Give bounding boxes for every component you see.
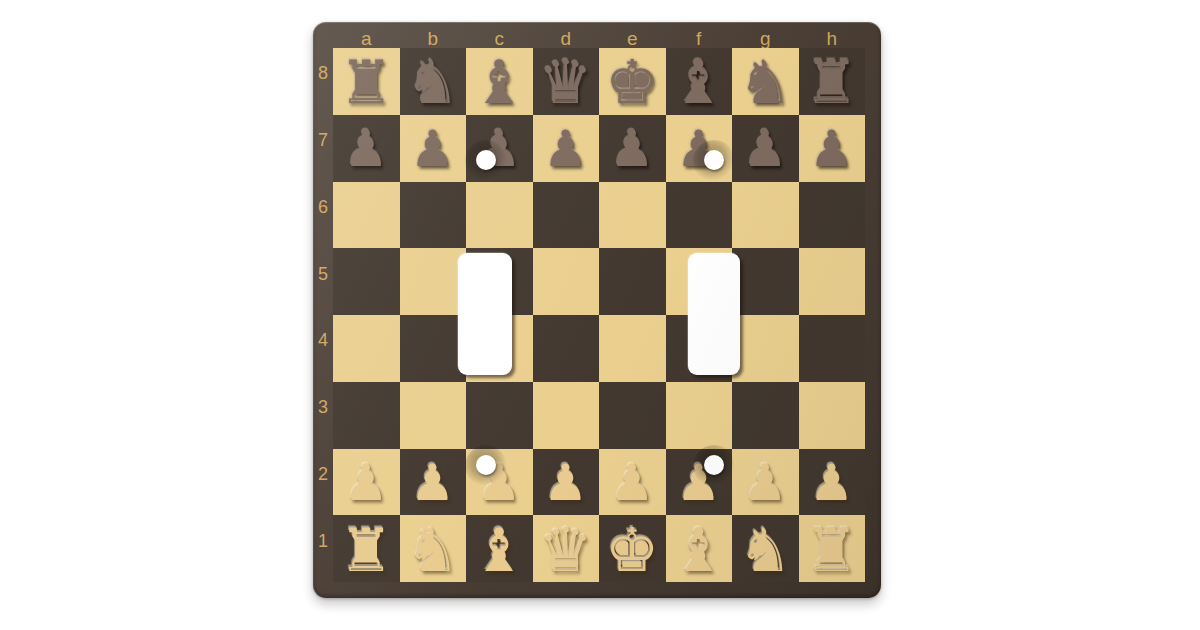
white-bishop-piece: ♝ [472,520,526,580]
switch-plate: abcdefgh 87654321 ♜♞♝♛♚♝♞♜♟♟♟♟♟♟♟♟♟♟♟♟♟♟… [313,22,881,598]
square-d8: ♛ [533,48,600,115]
square-b6 [400,182,467,249]
square-h3 [799,382,866,449]
screw-recess-bottom-left [465,445,507,487]
square-g7: ♟ [732,115,799,182]
square-e2: ♟ [599,449,666,516]
square-g3 [732,382,799,449]
square-h8: ♜ [799,48,866,115]
square-d4 [533,315,600,382]
square-b5 [400,248,467,315]
square-f8: ♝ [666,48,733,115]
product-photo: abcdefgh 87654321 ♜♞♝♛♚♝♞♜♟♟♟♟♟♟♟♟♟♟♟♟♟♟… [0,0,1200,630]
square-c1: ♝ [466,515,533,582]
white-pawn-piece: ♟ [610,458,655,508]
rank-label-2: 2 [313,441,333,508]
square-d3 [533,382,600,449]
square-e4 [599,315,666,382]
rank-label-5: 5 [313,240,333,307]
black-pawn-piece: ♟ [743,124,788,174]
white-rook-piece: ♜ [805,520,859,580]
black-bishop-piece: ♝ [472,52,526,112]
screw-recess-top-left [465,140,507,182]
square-a8: ♜ [333,48,400,115]
file-label-b: b [400,22,467,48]
square-e7: ♟ [599,115,666,182]
chess-board: ♜♞♝♛♚♝♞♜♟♟♟♟♟♟♟♟♟♟♟♟♟♟♟♟♜♞♝♛♚♝♞♜ [333,48,865,582]
square-a7: ♟ [333,115,400,182]
rank-label-7: 7 [313,107,333,174]
square-a1: ♜ [333,515,400,582]
black-pawn-piece: ♟ [809,124,854,174]
square-g5 [732,248,799,315]
black-knight-piece: ♞ [406,52,460,112]
rank-label-4: 4 [313,307,333,374]
square-c8: ♝ [466,48,533,115]
rank-label-3: 3 [313,374,333,441]
file-label-h: h [799,22,866,48]
screw-recess-bottom-right [693,445,735,487]
square-c6 [466,182,533,249]
rank-label-8: 8 [313,40,333,107]
black-bishop-piece: ♝ [672,52,726,112]
square-g1: ♞ [732,515,799,582]
square-g6 [732,182,799,249]
square-e6 [599,182,666,249]
white-queen-piece: ♛ [539,520,593,580]
toggle-cutout-left [458,253,512,375]
black-knight-piece: ♞ [738,52,792,112]
square-e3 [599,382,666,449]
square-b2: ♟ [400,449,467,516]
black-queen-piece: ♛ [539,52,593,112]
square-b3 [400,382,467,449]
square-g2: ♟ [732,449,799,516]
square-b7: ♟ [400,115,467,182]
square-h5 [799,248,866,315]
square-b1: ♞ [400,515,467,582]
white-knight-piece: ♞ [406,520,460,580]
screw-hole-top-right [704,150,724,170]
screw-recess-top-right [693,140,735,182]
white-rook-piece: ♜ [339,520,393,580]
white-pawn-piece: ♟ [410,458,455,508]
file-label-f: f [666,22,733,48]
square-h1: ♜ [799,515,866,582]
white-bishop-piece: ♝ [672,520,726,580]
black-pawn-piece: ♟ [543,124,588,174]
rank-label-1: 1 [313,507,333,574]
square-h2: ♟ [799,449,866,516]
file-label-a: a [333,22,400,48]
file-label-g: g [732,22,799,48]
square-e5 [599,248,666,315]
toggle-cutout-right [688,253,740,375]
file-label-d: d [533,22,600,48]
square-a5 [333,248,400,315]
file-labels: abcdefgh [333,22,865,48]
square-g8: ♞ [732,48,799,115]
square-b4 [400,315,467,382]
white-pawn-piece: ♟ [543,458,588,508]
square-d1: ♛ [533,515,600,582]
square-d7: ♟ [533,115,600,182]
square-a2: ♟ [333,449,400,516]
square-a4 [333,315,400,382]
black-pawn-piece: ♟ [410,124,455,174]
square-a3 [333,382,400,449]
white-pawn-piece: ♟ [344,458,389,508]
file-label-c: c [466,22,533,48]
screw-hole-top-left [476,150,496,170]
square-h4 [799,315,866,382]
black-rook-piece: ♜ [805,52,859,112]
rank-labels: 87654321 [313,48,333,582]
white-pawn-piece: ♟ [743,458,788,508]
square-f1: ♝ [666,515,733,582]
black-pawn-piece: ♟ [344,124,389,174]
white-knight-piece: ♞ [738,520,792,580]
square-f3 [666,382,733,449]
square-e1: ♚ [599,515,666,582]
square-c3 [466,382,533,449]
square-g4 [732,315,799,382]
rank-label-6: 6 [313,174,333,241]
square-b8: ♞ [400,48,467,115]
black-rook-piece: ♜ [339,52,393,112]
white-king-piece: ♚ [605,520,659,580]
black-king-piece: ♚ [605,52,659,112]
square-d6 [533,182,600,249]
white-pawn-piece: ♟ [809,458,854,508]
square-f6 [666,182,733,249]
screw-hole-bottom-left [476,455,496,475]
square-d5 [533,248,600,315]
square-h7: ♟ [799,115,866,182]
square-a6 [333,182,400,249]
black-pawn-piece: ♟ [610,124,655,174]
square-h6 [799,182,866,249]
screw-hole-bottom-right [704,455,724,475]
square-d2: ♟ [533,449,600,516]
square-e8: ♚ [599,48,666,115]
file-label-e: e [599,22,666,48]
